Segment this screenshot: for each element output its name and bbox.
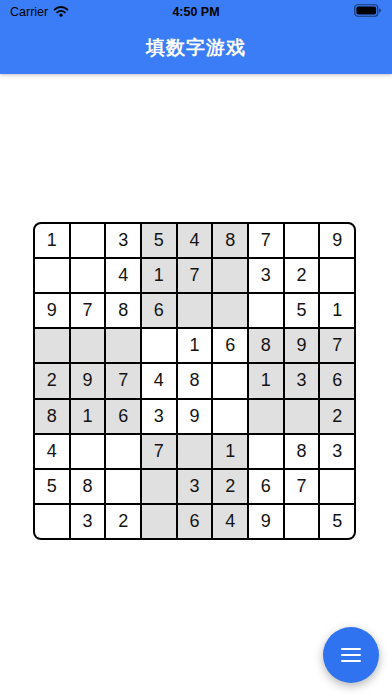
sudoku-cell-r9c2[interactable]: 3	[71, 505, 105, 538]
menu-icon	[341, 648, 361, 663]
nav-bar: 填数字游戏	[0, 22, 392, 74]
sudoku-cell-r1c3[interactable]: 3	[106, 224, 140, 257]
sudoku-cell-r6c5[interactable]: 9	[178, 400, 212, 433]
sudoku-cell-r3c3[interactable]: 8	[106, 294, 140, 327]
sudoku-cell-r1c7[interactable]: 7	[249, 224, 283, 257]
sudoku-cell-r4c7[interactable]: 8	[249, 329, 283, 362]
sudoku-cell-r2c4[interactable]: 1	[142, 259, 176, 292]
sudoku-cell-r5c9[interactable]: 6	[320, 364, 354, 397]
sudoku-cell-r8c3[interactable]	[106, 470, 140, 503]
sudoku-cell-r6c4[interactable]: 3	[142, 400, 176, 433]
app-screen: Carrier 4:50 PM	[0, 0, 392, 696]
sudoku-cell-r8c6[interactable]: 2	[213, 470, 247, 503]
sudoku-cell-r3c4[interactable]: 6	[142, 294, 176, 327]
sudoku-cell-r8c7[interactable]: 6	[249, 470, 283, 503]
sudoku-cell-r5c1[interactable]: 2	[35, 364, 69, 397]
sudoku-cell-r1c5[interactable]: 4	[178, 224, 212, 257]
sudoku-cell-r1c4[interactable]: 5	[142, 224, 176, 257]
sudoku-cell-r8c5[interactable]: 3	[178, 470, 212, 503]
sudoku-cell-r9c1[interactable]	[35, 505, 69, 538]
sudoku-cell-r5c4[interactable]: 4	[142, 364, 176, 397]
sudoku-cell-r7c9[interactable]: 3	[320, 435, 354, 468]
sudoku-cell-r2c1[interactable]	[35, 259, 69, 292]
sudoku-cell-r7c3[interactable]	[106, 435, 140, 468]
sudoku-cell-r2c8[interactable]: 2	[285, 259, 319, 292]
sudoku-cell-r5c7[interactable]: 1	[249, 364, 283, 397]
sudoku-cell-r1c9[interactable]: 9	[320, 224, 354, 257]
wifi-icon	[53, 5, 69, 20]
sudoku-cell-r7c4[interactable]: 7	[142, 435, 176, 468]
sudoku-cell-r2c6[interactable]	[213, 259, 247, 292]
sudoku-cell-r3c9[interactable]: 1	[320, 294, 354, 327]
sudoku-cell-r8c4[interactable]	[142, 470, 176, 503]
sudoku-cell-r9c7[interactable]: 9	[249, 505, 283, 538]
sudoku-cell-r5c8[interactable]: 3	[285, 364, 319, 397]
sudoku-cell-r3c5[interactable]	[178, 294, 212, 327]
sudoku-cell-r7c5[interactable]	[178, 435, 212, 468]
sudoku-cell-r6c8[interactable]	[285, 400, 319, 433]
sudoku-cell-r2c2[interactable]	[71, 259, 105, 292]
app-header: Carrier 4:50 PM	[0, 0, 392, 74]
sudoku-cell-r7c1[interactable]: 4	[35, 435, 69, 468]
sudoku-cell-r3c8[interactable]: 5	[285, 294, 319, 327]
sudoku-cell-r4c2[interactable]	[71, 329, 105, 362]
sudoku-cell-r9c9[interactable]: 5	[320, 505, 354, 538]
sudoku-cell-r1c6[interactable]: 8	[213, 224, 247, 257]
sudoku-cell-r2c9[interactable]	[320, 259, 354, 292]
sudoku-cell-r4c8[interactable]: 9	[285, 329, 319, 362]
sudoku-cell-r9c5[interactable]: 6	[178, 505, 212, 538]
sudoku-cell-r6c7[interactable]	[249, 400, 283, 433]
sudoku-cell-r3c1[interactable]: 9	[35, 294, 69, 327]
clock: 4:50 PM	[134, 5, 258, 19]
page-title: 填数字游戏	[146, 35, 246, 61]
sudoku-cell-r6c1[interactable]: 8	[35, 400, 69, 433]
sudoku-cell-r8c1[interactable]: 5	[35, 470, 69, 503]
sudoku-cell-r7c6[interactable]: 1	[213, 435, 247, 468]
sudoku-cell-r6c9[interactable]: 2	[320, 400, 354, 433]
menu-fab[interactable]	[323, 627, 379, 683]
sudoku-cell-r5c6[interactable]	[213, 364, 247, 397]
sudoku-cell-r5c5[interactable]: 8	[178, 364, 212, 397]
sudoku-cell-r4c5[interactable]: 1	[178, 329, 212, 362]
sudoku-cell-r6c6[interactable]	[213, 400, 247, 433]
sudoku-cell-r2c3[interactable]: 4	[106, 259, 140, 292]
sudoku-cell-r4c3[interactable]	[106, 329, 140, 362]
sudoku-cell-r5c2[interactable]: 9	[71, 364, 105, 397]
sudoku-cell-r3c7[interactable]	[249, 294, 283, 327]
sudoku-cell-r6c2[interactable]: 1	[71, 400, 105, 433]
sudoku-cell-r4c9[interactable]: 7	[320, 329, 354, 362]
sudoku-cell-r1c2[interactable]	[71, 224, 105, 257]
sudoku-cell-r8c2[interactable]: 8	[71, 470, 105, 503]
sudoku-cell-r4c1[interactable]	[35, 329, 69, 362]
sudoku-cell-r5c3[interactable]: 7	[106, 364, 140, 397]
sudoku-cell-r6c3[interactable]: 6	[106, 400, 140, 433]
battery-icon	[354, 4, 382, 20]
carrier-label: Carrier	[10, 5, 48, 19]
sudoku-cell-r4c6[interactable]: 6	[213, 329, 247, 362]
sudoku-cell-r4c4[interactable]	[142, 329, 176, 362]
sudoku-board: 1354879417329786511689729748136816392471…	[33, 222, 356, 540]
sudoku-cell-r7c8[interactable]: 8	[285, 435, 319, 468]
sudoku-cell-r8c8[interactable]: 7	[285, 470, 319, 503]
sudoku-cell-r9c3[interactable]: 2	[106, 505, 140, 538]
sudoku-cell-r9c6[interactable]: 4	[213, 505, 247, 538]
sudoku-cell-r3c2[interactable]: 7	[71, 294, 105, 327]
sudoku-cell-r7c2[interactable]	[71, 435, 105, 468]
sudoku-cell-r8c9[interactable]	[320, 470, 354, 503]
sudoku-cell-r2c7[interactable]: 3	[249, 259, 283, 292]
sudoku-cell-r1c1[interactable]: 1	[35, 224, 69, 257]
sudoku-cell-r1c8[interactable]	[285, 224, 319, 257]
status-bar: Carrier 4:50 PM	[0, 0, 392, 22]
sudoku-cell-r9c8[interactable]	[285, 505, 319, 538]
sudoku-cell-r2c5[interactable]: 7	[178, 259, 212, 292]
sudoku-cell-r3c6[interactable]	[213, 294, 247, 327]
sudoku-cell-r9c4[interactable]	[142, 505, 176, 538]
sudoku-cell-r7c7[interactable]	[249, 435, 283, 468]
